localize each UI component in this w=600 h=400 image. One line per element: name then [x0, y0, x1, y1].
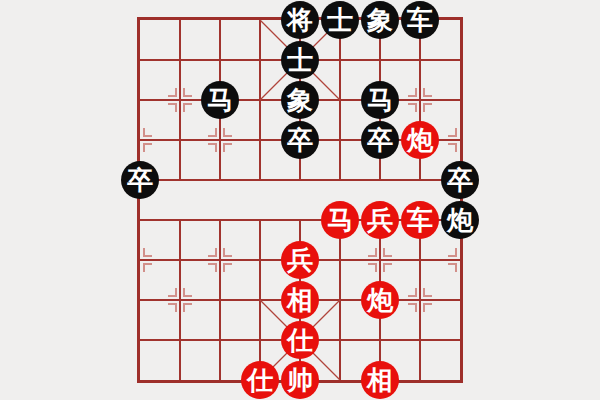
intersection[interactable] [120, 80, 160, 120]
intersection[interactable] [160, 200, 200, 240]
intersection[interactable] [400, 240, 440, 280]
intersection[interactable]: 象 [360, 0, 400, 40]
intersection[interactable] [360, 40, 400, 80]
intersection[interactable] [200, 280, 240, 320]
intersection[interactable] [440, 80, 480, 120]
intersection[interactable]: 炮 [440, 200, 480, 240]
intersection[interactable] [200, 240, 240, 280]
intersection[interactable] [240, 200, 280, 240]
intersection[interactable] [440, 320, 480, 360]
intersection[interactable] [120, 280, 160, 320]
intersection[interactable] [400, 80, 440, 120]
intersection[interactable]: 士 [320, 0, 360, 40]
intersection[interactable] [120, 40, 160, 80]
piece-red-soldier[interactable]: 兵 [361, 201, 399, 239]
piece-black-soldier[interactable]: 卒 [281, 121, 319, 159]
intersection[interactable]: 士 [280, 40, 320, 80]
intersection[interactable] [240, 240, 280, 280]
intersection[interactable] [440, 120, 480, 160]
xiangqi-app: 将士象车士马象马卒卒炮卒卒马兵车炮兵相炮仕仕帅相 [0, 0, 600, 400]
piece-black-horse[interactable]: 马 [201, 81, 239, 119]
xiangqi-board[interactable]: 将士象车士马象马卒卒炮卒卒马兵车炮兵相炮仕仕帅相 [120, 0, 480, 400]
intersection[interactable] [280, 200, 320, 240]
intersection[interactable] [360, 320, 400, 360]
intersection[interactable] [320, 120, 360, 160]
piece-black-advisor[interactable]: 士 [321, 1, 359, 39]
intersection[interactable] [320, 360, 360, 400]
intersection[interactable] [320, 80, 360, 120]
intersection[interactable]: 帅 [280, 360, 320, 400]
piece-red-soldier[interactable]: 兵 [281, 241, 319, 279]
intersection[interactable] [200, 160, 240, 200]
piece-black-cannon[interactable]: 炮 [441, 201, 479, 239]
intersection[interactable]: 炮 [360, 280, 400, 320]
piece-red-advisor[interactable]: 仕 [281, 321, 319, 359]
intersection[interactable] [200, 360, 240, 400]
intersection[interactable]: 兵 [360, 200, 400, 240]
intersection[interactable]: 马 [200, 80, 240, 120]
intersection[interactable]: 车 [400, 0, 440, 40]
intersection[interactable] [160, 280, 200, 320]
intersection[interactable] [440, 280, 480, 320]
piece-black-elephant[interactable]: 象 [281, 81, 319, 119]
piece-black-chariot[interactable]: 车 [401, 1, 439, 39]
intersection[interactable]: 卒 [360, 120, 400, 160]
intersection[interactable] [320, 160, 360, 200]
piece-red-chariot[interactable]: 车 [401, 201, 439, 239]
intersection[interactable]: 卒 [280, 120, 320, 160]
intersection[interactable] [400, 280, 440, 320]
intersection[interactable] [160, 360, 200, 400]
intersection[interactable] [320, 280, 360, 320]
intersection[interactable] [120, 120, 160, 160]
intersection[interactable] [320, 40, 360, 80]
intersection[interactable]: 相 [280, 280, 320, 320]
piece-black-soldier[interactable]: 卒 [361, 121, 399, 159]
intersection[interactable]: 卒 [120, 160, 160, 200]
intersection[interactable] [400, 40, 440, 80]
intersection[interactable] [280, 160, 320, 200]
intersection[interactable] [240, 40, 280, 80]
intersection[interactable]: 仕 [240, 360, 280, 400]
piece-red-elephant[interactable]: 相 [361, 361, 399, 399]
intersection[interactable] [120, 200, 160, 240]
intersection[interactable] [120, 360, 160, 400]
intersection[interactable] [240, 80, 280, 120]
intersection[interactable] [120, 0, 160, 40]
intersection[interactable]: 炮 [400, 120, 440, 160]
intersection[interactable] [400, 360, 440, 400]
piece-red-elephant[interactable]: 相 [281, 281, 319, 319]
intersection[interactable] [160, 120, 200, 160]
intersection[interactable] [320, 320, 360, 360]
intersection[interactable]: 卒 [440, 160, 480, 200]
intersection[interactable] [360, 160, 400, 200]
piece-red-cannon[interactable]: 炮 [401, 121, 439, 159]
intersection[interactable]: 相 [360, 360, 400, 400]
intersection[interactable] [200, 40, 240, 80]
piece-black-general[interactable]: 将 [281, 1, 319, 39]
intersection[interactable]: 将 [280, 0, 320, 40]
intersection[interactable] [400, 160, 440, 200]
intersection[interactable] [120, 320, 160, 360]
intersection[interactable] [160, 40, 200, 80]
piece-black-horse[interactable]: 马 [361, 81, 399, 119]
intersection[interactable]: 象 [280, 80, 320, 120]
intersection[interactable] [200, 200, 240, 240]
intersection[interactable] [200, 320, 240, 360]
intersection[interactable] [160, 160, 200, 200]
piece-red-general[interactable]: 帅 [281, 361, 319, 399]
intersection[interactable] [440, 40, 480, 80]
intersection[interactable] [240, 160, 280, 200]
piece-red-horse[interactable]: 马 [321, 201, 359, 239]
piece-black-soldier[interactable]: 卒 [121, 161, 159, 199]
intersection[interactable] [440, 0, 480, 40]
intersection[interactable] [400, 320, 440, 360]
intersection[interactable] [440, 360, 480, 400]
intersection[interactable] [200, 120, 240, 160]
intersection[interactable]: 马 [320, 200, 360, 240]
intersection[interactable] [200, 0, 240, 40]
intersection[interactable]: 马 [360, 80, 400, 120]
piece-red-cannon[interactable]: 炮 [361, 281, 399, 319]
intersection[interactable]: 仕 [280, 320, 320, 360]
intersection[interactable]: 兵 [280, 240, 320, 280]
intersection[interactable] [240, 320, 280, 360]
intersection[interactable]: 车 [400, 200, 440, 240]
intersection[interactable] [120, 240, 160, 280]
piece-red-advisor[interactable]: 仕 [241, 361, 279, 399]
intersection[interactable] [240, 0, 280, 40]
intersection[interactable] [440, 240, 480, 280]
intersection[interactable] [360, 240, 400, 280]
intersection[interactable] [160, 240, 200, 280]
intersection[interactable] [320, 240, 360, 280]
intersection[interactable] [240, 280, 280, 320]
intersection[interactable] [240, 120, 280, 160]
intersection[interactable] [160, 320, 200, 360]
piece-black-elephant[interactable]: 象 [361, 1, 399, 39]
piece-black-soldier[interactable]: 卒 [441, 161, 479, 199]
intersection[interactable] [160, 80, 200, 120]
piece-black-advisor[interactable]: 士 [281, 41, 319, 79]
intersection[interactable] [160, 0, 200, 40]
